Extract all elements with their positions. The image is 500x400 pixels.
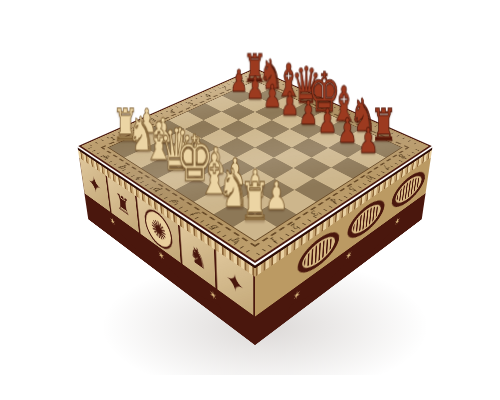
piece-glyph: ♜	[240, 176, 271, 228]
star-carving: ✶	[293, 287, 301, 304]
product-photo: ✦♜✺♞✦ ✶✶✶ ✶✶✶ abcdefgh8877665544332211♜♞…	[0, 0, 500, 400]
piece-white-rook[interactable]: ♜	[220, 176, 290, 228]
chess-box-stage: ✦♜✺♞✦ ✶✶✶ ✶✶✶ abcdefgh8877665544332211♜♞…	[130, 21, 380, 271]
rank-label-right-7: 7	[377, 161, 395, 171]
rank-label-right-1: 1	[263, 233, 283, 246]
chessboard: ✦♜✺♞✦ ✶✶✶ ✶✶✶ abcdefgh8877665544332211♜♞…	[78, 68, 432, 263]
rank-label-right-5: 5	[343, 183, 362, 194]
star-carving: ✶	[109, 214, 116, 229]
star-carving: ✶	[394, 214, 401, 229]
piece-glyph: ♟	[358, 123, 379, 158]
star-carving: ✶	[209, 287, 217, 304]
rank-label-right-4: 4	[324, 195, 343, 206]
piece-red-pawn[interactable]: ♟	[337, 123, 398, 158]
